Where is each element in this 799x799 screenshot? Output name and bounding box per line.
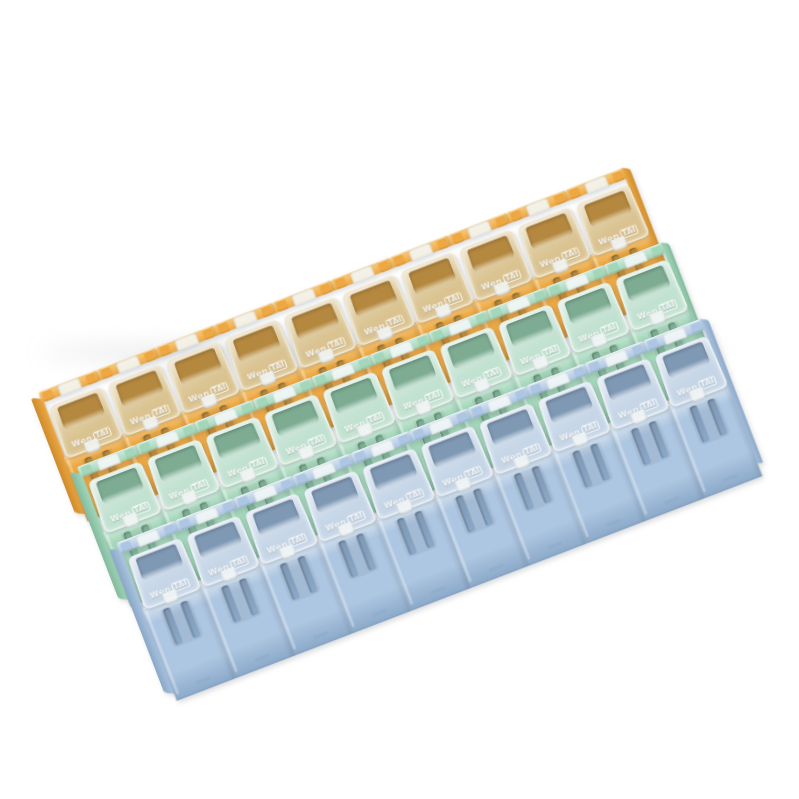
hinge-knob [548, 283, 562, 297]
product-photo: WenTAIWenTAIWenTAIWenTAIWenTAIWenTAIWenT… [0, 0, 799, 799]
lid-window [662, 341, 711, 379]
hinge-knob [240, 401, 254, 415]
mount-slot-left [279, 562, 300, 600]
hinge-knob [138, 440, 152, 454]
hinge-knob [100, 366, 114, 380]
hinge-knob [451, 231, 465, 245]
mount-slot-right [180, 601, 201, 639]
lid-window [311, 476, 360, 514]
mount-slot-left [513, 472, 534, 510]
hinge-knob [178, 517, 192, 531]
hinge-knob [353, 449, 367, 463]
lid-window [271, 400, 320, 438]
slot-recess [276, 555, 320, 604]
hinge-knob [275, 298, 289, 312]
lid-window [447, 332, 496, 370]
lid-window [96, 467, 145, 505]
clear-hinge-tab [291, 288, 316, 307]
mount-slot-left [455, 495, 476, 533]
hinge-knob [80, 463, 94, 477]
hinge-knob [260, 304, 274, 318]
mount-slot-right [355, 533, 376, 571]
lid-window [584, 190, 633, 228]
lid-window [505, 310, 554, 348]
hinge-knob [412, 427, 426, 441]
hinge-knob [514, 388, 528, 402]
lid-window [194, 521, 243, 559]
hinge-knob [373, 350, 387, 364]
lid-window [408, 258, 457, 296]
slot-recess [218, 577, 262, 626]
clear-hinge-tab [57, 378, 82, 397]
clear-hinge-tab [233, 310, 258, 329]
hinge-knob [475, 311, 489, 325]
hinge-knob [217, 321, 231, 335]
lid-window [291, 303, 340, 341]
hinge-knob [592, 266, 606, 280]
hinge-knob [221, 500, 235, 514]
lid-window [369, 454, 418, 492]
hinge-knob [357, 356, 371, 370]
hinge-knob [588, 359, 602, 373]
lid-window [388, 355, 437, 393]
clear-hinge-tab [584, 175, 609, 194]
mount-slot-right [238, 578, 259, 616]
clear-hinge-tab [408, 243, 433, 262]
slot-recess [159, 599, 203, 648]
slot-recess [452, 487, 496, 536]
mount-slot-right [472, 488, 493, 526]
lid-window [545, 386, 594, 424]
clear-hinge-tab [350, 265, 375, 284]
lid-window [174, 348, 223, 386]
lid-window [154, 445, 203, 483]
lid-window [525, 213, 574, 251]
mount-slot-left [337, 540, 358, 578]
hinge-knob [455, 410, 469, 424]
hinge-knob [338, 455, 352, 469]
slot-recess [628, 420, 672, 469]
hinge-knob [158, 343, 172, 357]
hinge-knob [123, 446, 137, 460]
mount-slot-left [220, 585, 241, 623]
slot-recess [510, 465, 554, 514]
slot-recess [686, 397, 730, 446]
hinge-knob [314, 373, 328, 387]
lid-window [233, 325, 282, 363]
hinge-knob [533, 289, 547, 303]
hinge-knob [295, 472, 309, 486]
hinge-knob [416, 334, 430, 348]
hinge-knob [650, 244, 664, 258]
hinge-knob [631, 343, 645, 357]
hinge-knob [690, 320, 704, 334]
hinge-knob [377, 259, 391, 273]
mount-slot-left [630, 428, 651, 466]
hinge-knob [397, 433, 411, 447]
hinge-knob [119, 539, 133, 553]
mount-slot-right [531, 466, 552, 504]
lid-window [135, 544, 184, 582]
hinge-knob [182, 424, 196, 438]
hinge-knob [41, 388, 55, 402]
hinge-knob [280, 478, 294, 492]
clear-hinge-tab [467, 220, 492, 239]
hinge-knob [471, 404, 485, 418]
hinge-knob [436, 237, 450, 251]
lid-window [330, 377, 379, 415]
mount-slot-right [648, 421, 669, 459]
hinge-knob [490, 305, 504, 319]
hinge-knob [255, 395, 269, 409]
lid-window [467, 235, 516, 273]
hinge-knob [319, 282, 333, 296]
hinge-knob [197, 418, 211, 432]
hinge-knob [573, 365, 587, 379]
mount-slot-right [706, 398, 727, 436]
lid-window [486, 409, 535, 447]
lid-window [428, 431, 477, 469]
hinge-knob [299, 379, 313, 393]
hinge-knob [607, 261, 621, 275]
hinge-knob [163, 522, 177, 536]
mount-slot-left [162, 607, 183, 645]
mount-slot-right [589, 443, 610, 481]
hinge-knob [334, 276, 348, 290]
hinge-knob [143, 349, 157, 363]
lid-window [252, 499, 301, 537]
hinge-knob [611, 169, 625, 183]
hinge-knob [568, 186, 582, 200]
hinge-knob [509, 208, 523, 222]
slot-recess [569, 442, 613, 491]
lid-window [115, 370, 164, 408]
hinge-knob [553, 192, 567, 206]
mount-slot-right [297, 556, 318, 594]
hinge-knob [494, 214, 508, 228]
hinge-knob [529, 382, 543, 396]
hinge-knob [84, 371, 98, 385]
slot-recess [393, 510, 437, 559]
mount-slot-right [414, 511, 435, 549]
lid-window [213, 422, 262, 460]
lid-window [57, 393, 106, 431]
lid-window [623, 265, 672, 303]
lid-window [564, 287, 613, 325]
mount-slot-left [689, 405, 710, 443]
mount-slot-left [396, 517, 417, 555]
slot-recess [335, 532, 379, 581]
lid-window [350, 280, 399, 318]
hinge-knob [236, 494, 250, 508]
hinge-knob [646, 337, 660, 351]
hinge-knob [202, 326, 216, 340]
hinge-knob [392, 253, 406, 267]
lid-window [604, 364, 653, 402]
clear-hinge-tab [525, 198, 550, 217]
clear-hinge-tab [174, 333, 199, 352]
hinge-knob [431, 328, 445, 342]
mount-slot-left [572, 450, 593, 488]
